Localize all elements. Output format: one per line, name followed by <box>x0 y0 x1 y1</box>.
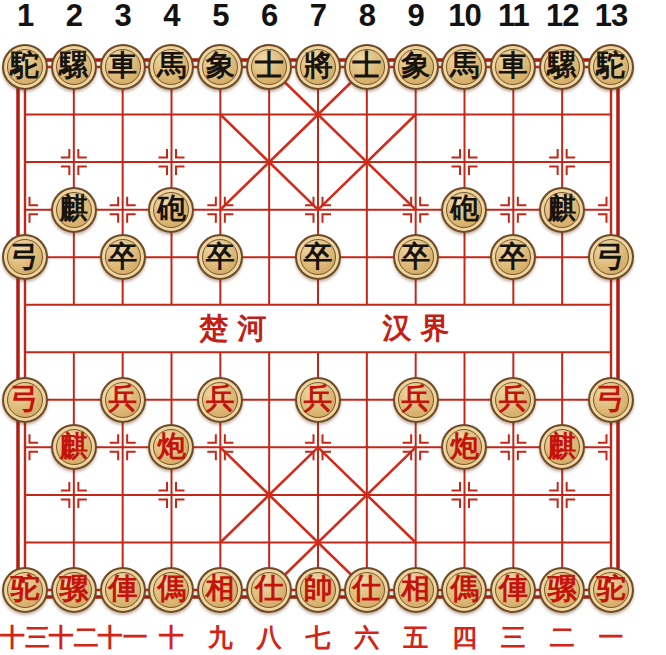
piece-glyph: 弓 <box>11 242 40 271</box>
piece-red-c4-r9[interactable]: 炮 <box>148 424 194 470</box>
piece-layer: 駝騾車馬象士將士象馬車騾駝麒砲砲麒弓卒卒卒卒卒弓弓兵兵兵兵兵弓麒炮炮麒驼骡俥傌相… <box>1 43 636 613</box>
piece-glyph: 車 <box>499 51 528 80</box>
file-label-bottom-5: 九 <box>208 621 233 654</box>
piece-red-c4-r12[interactable]: 傌 <box>148 567 194 613</box>
file-label-bottom-8: 六 <box>354 621 379 654</box>
piece-red-c13-r12[interactable]: 驼 <box>588 567 634 613</box>
file-label-bottom-6: 八 <box>257 621 282 654</box>
piece-glyph: 駝 <box>596 51 625 80</box>
file-label-bottom-10: 四 <box>452 621 477 654</box>
piece-glyph: 騾 <box>59 51 88 80</box>
piece-black-c1-r1[interactable]: 駝 <box>2 44 48 90</box>
piece-red-c12-r12[interactable]: 骡 <box>539 567 585 613</box>
piece-black-c2-r4[interactable]: 麒 <box>51 187 97 233</box>
piece-glyph: 卒 <box>401 242 430 271</box>
piece-red-c5-r8[interactable]: 兵 <box>197 377 243 423</box>
piece-black-c4-r4[interactable]: 砲 <box>148 187 194 233</box>
piece-glyph: 卒 <box>303 242 332 271</box>
piece-glyph: 兵 <box>206 384 235 413</box>
piece-black-c12-r4[interactable]: 麒 <box>539 187 585 233</box>
piece-red-c12-r9[interactable]: 麒 <box>539 424 585 470</box>
piece-black-c13-r5[interactable]: 弓 <box>588 234 634 280</box>
piece-glyph: 俥 <box>499 574 528 603</box>
piece-glyph: 相 <box>206 574 235 603</box>
piece-glyph: 麒 <box>59 194 88 223</box>
file-label-bottom-1: 十三 <box>0 621 50 654</box>
piece-black-c11-r1[interactable]: 車 <box>490 44 536 90</box>
piece-glyph: 麒 <box>548 194 577 223</box>
piece-black-c13-r1[interactable]: 駝 <box>588 44 634 90</box>
piece-glyph: 士 <box>352 51 381 80</box>
piece-red-c6-r12[interactable]: 仕 <box>246 567 292 613</box>
piece-glyph: 象 <box>401 51 430 80</box>
piece-red-c5-r12[interactable]: 相 <box>197 567 243 613</box>
piece-red-c2-r9[interactable]: 麒 <box>51 424 97 470</box>
piece-glyph: 麒 <box>548 432 577 461</box>
piece-black-c3-r1[interactable]: 車 <box>100 44 146 90</box>
piece-glyph: 象 <box>206 51 235 80</box>
piece-glyph: 弓 <box>11 384 40 413</box>
piece-glyph: 弓 <box>596 242 625 271</box>
piece-glyph: 骡 <box>59 574 88 603</box>
piece-red-c7-r12[interactable]: 帥 <box>295 567 341 613</box>
piece-black-c8-r1[interactable]: 士 <box>344 44 390 90</box>
file-label-bottom-9: 五 <box>403 621 428 654</box>
piece-black-c5-r5[interactable]: 卒 <box>197 234 243 280</box>
file-label-bottom-7: 七 <box>305 621 330 654</box>
piece-red-c9-r12[interactable]: 相 <box>393 567 439 613</box>
xiangqi-board[interactable]: 12345678910111213 楚河 汉界 駝騾車馬象士將士象馬車騾駝麒砲砲… <box>0 0 666 655</box>
file-label-bottom-11: 三 <box>501 621 526 654</box>
piece-glyph: 帥 <box>303 574 332 603</box>
piece-black-c1-r5[interactable]: 弓 <box>2 234 48 280</box>
piece-glyph: 炮 <box>450 432 479 461</box>
piece-glyph: 兵 <box>401 384 430 413</box>
piece-glyph: 卒 <box>206 242 235 271</box>
piece-red-c8-r12[interactable]: 仕 <box>344 567 390 613</box>
piece-red-c1-r8[interactable]: 弓 <box>2 377 48 423</box>
piece-glyph: 傌 <box>450 574 479 603</box>
piece-black-c9-r1[interactable]: 象 <box>393 44 439 90</box>
piece-glyph: 卒 <box>108 242 137 271</box>
piece-red-c1-r12[interactable]: 驼 <box>2 567 48 613</box>
piece-glyph: 驼 <box>596 574 625 603</box>
piece-glyph: 仕 <box>255 574 284 603</box>
piece-black-c3-r5[interactable]: 卒 <box>100 234 146 280</box>
piece-red-c2-r12[interactable]: 骡 <box>51 567 97 613</box>
file-label-bottom-4: 十 <box>159 621 184 654</box>
piece-glyph: 騾 <box>548 51 577 80</box>
piece-glyph: 相 <box>401 574 430 603</box>
piece-glyph: 駝 <box>11 51 40 80</box>
piece-black-c7-r1[interactable]: 將 <box>295 44 341 90</box>
piece-red-c10-r12[interactable]: 傌 <box>441 567 487 613</box>
piece-glyph: 兵 <box>499 384 528 413</box>
piece-glyph: 骡 <box>548 574 577 603</box>
piece-red-c9-r8[interactable]: 兵 <box>393 377 439 423</box>
piece-glyph: 兵 <box>108 384 137 413</box>
piece-red-c3-r8[interactable]: 兵 <box>100 377 146 423</box>
piece-glyph: 俥 <box>108 574 137 603</box>
file-label-bottom-13: 一 <box>598 621 623 654</box>
piece-black-c5-r1[interactable]: 象 <box>197 44 243 90</box>
piece-black-c2-r1[interactable]: 騾 <box>51 44 97 90</box>
piece-red-c11-r8[interactable]: 兵 <box>490 377 536 423</box>
piece-black-c12-r1[interactable]: 騾 <box>539 44 585 90</box>
file-label-bottom-12: 二 <box>550 621 575 654</box>
piece-glyph: 仕 <box>352 574 381 603</box>
piece-glyph: 砲 <box>157 194 186 223</box>
piece-glyph: 車 <box>108 51 137 80</box>
piece-red-c11-r12[interactable]: 俥 <box>490 567 536 613</box>
piece-black-c10-r4[interactable]: 砲 <box>441 187 487 233</box>
piece-black-c4-r1[interactable]: 馬 <box>148 44 194 90</box>
piece-glyph: 卒 <box>499 242 528 271</box>
piece-glyph: 將 <box>303 51 332 80</box>
piece-black-c9-r5[interactable]: 卒 <box>393 234 439 280</box>
piece-glyph: 馬 <box>450 51 479 80</box>
piece-glyph: 驼 <box>11 574 40 603</box>
piece-red-c3-r12[interactable]: 俥 <box>100 567 146 613</box>
piece-red-c10-r9[interactable]: 炮 <box>441 424 487 470</box>
piece-glyph: 炮 <box>157 432 186 461</box>
piece-glyph: 傌 <box>157 574 186 603</box>
piece-black-c11-r5[interactable]: 卒 <box>490 234 536 280</box>
piece-red-c7-r8[interactable]: 兵 <box>295 377 341 423</box>
piece-black-c10-r1[interactable]: 馬 <box>441 44 487 90</box>
piece-glyph: 馬 <box>157 51 186 80</box>
piece-glyph: 士 <box>255 51 284 80</box>
file-label-bottom-3: 十一 <box>98 621 148 654</box>
piece-black-c7-r5[interactable]: 卒 <box>295 234 341 280</box>
piece-glyph: 砲 <box>450 194 479 223</box>
piece-glyph: 兵 <box>303 384 332 413</box>
piece-glyph: 麒 <box>59 432 88 461</box>
file-label-bottom-2: 十二 <box>49 621 99 654</box>
piece-red-c13-r8[interactable]: 弓 <box>588 377 634 423</box>
piece-glyph: 弓 <box>596 384 625 413</box>
piece-black-c6-r1[interactable]: 士 <box>246 44 292 90</box>
